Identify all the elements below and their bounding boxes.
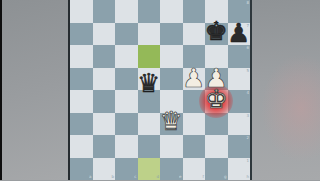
coord-file-h: h — [246, 175, 249, 179]
square-a5[interactable] — [70, 68, 93, 91]
square-e2[interactable] — [160, 135, 183, 158]
square-a2[interactable] — [70, 135, 93, 158]
square-b6[interactable] — [93, 45, 116, 68]
square-c7[interactable] — [115, 23, 138, 46]
black-king-g7[interactable]: ♚ — [205, 20, 228, 43]
square-c5[interactable] — [115, 68, 138, 91]
letterbox-right-bar — [250, 0, 320, 180]
square-c4[interactable] — [115, 90, 138, 113]
square-b2[interactable] — [93, 135, 116, 158]
square-b4[interactable] — [93, 90, 116, 113]
square-h3[interactable]: 3 — [228, 113, 251, 136]
square-b5[interactable] — [93, 68, 116, 91]
square-h1[interactable]: 1h — [228, 158, 251, 181]
square-f7[interactable] — [183, 23, 206, 46]
square-h4[interactable]: 4 — [228, 90, 251, 113]
square-a7[interactable] — [70, 23, 93, 46]
square-c8[interactable] — [115, 0, 138, 23]
white-king-g4[interactable]: ♚ — [205, 88, 228, 111]
square-g1[interactable]: g — [205, 158, 228, 181]
square-a8[interactable] — [70, 0, 93, 23]
letterbox-left-bar — [0, 0, 70, 180]
black-pawn-h7[interactable]: ♟ — [227, 22, 250, 45]
square-f1[interactable]: f — [183, 158, 206, 181]
square-c3[interactable] — [115, 113, 138, 136]
coord-file-c: c — [134, 175, 136, 179]
coord-rank-3: 3 — [246, 114, 249, 118]
coord-file-f: f — [203, 175, 204, 179]
square-g2[interactable] — [205, 135, 228, 158]
square-d6[interactable] — [138, 45, 161, 68]
square-a1[interactable]: a — [70, 158, 93, 181]
coord-rank-8: 8 — [246, 1, 249, 5]
square-d1[interactable]: d — [138, 158, 161, 181]
coord-file-d: d — [156, 175, 159, 179]
square-b8[interactable] — [93, 0, 116, 23]
square-d7[interactable] — [138, 23, 161, 46]
square-e5[interactable] — [160, 68, 183, 91]
square-a6[interactable] — [70, 45, 93, 68]
square-e8[interactable] — [160, 0, 183, 23]
square-d2[interactable] — [138, 135, 161, 158]
square-h2[interactable]: 2 — [228, 135, 251, 158]
square-e7[interactable] — [160, 23, 183, 46]
square-a4[interactable] — [70, 90, 93, 113]
square-f8[interactable] — [183, 0, 206, 23]
square-h5[interactable]: 5 — [228, 68, 251, 91]
square-c2[interactable] — [115, 135, 138, 158]
square-d3[interactable] — [138, 113, 161, 136]
coord-rank-1: 1 — [246, 159, 249, 163]
coord-rank-2: 2 — [246, 136, 249, 140]
coord-file-b: b — [111, 175, 114, 179]
square-f4[interactable] — [183, 90, 206, 113]
square-h6[interactable]: 6 — [228, 45, 251, 68]
square-e6[interactable] — [160, 45, 183, 68]
white-queen-e3[interactable]: ♛ — [160, 110, 183, 133]
coord-file-e: e — [179, 175, 181, 179]
square-a3[interactable] — [70, 113, 93, 136]
coord-file-g: g — [224, 175, 227, 179]
square-g3[interactable] — [205, 113, 228, 136]
black-queen-d5[interactable]: ♛ — [137, 72, 160, 95]
square-b1[interactable]: b — [93, 158, 116, 181]
square-c6[interactable] — [115, 45, 138, 68]
square-d8[interactable] — [138, 0, 161, 23]
square-f2[interactable] — [183, 135, 206, 158]
square-b7[interactable] — [93, 23, 116, 46]
square-f3[interactable] — [183, 113, 206, 136]
coord-rank-5: 5 — [246, 69, 249, 73]
coord-file-a: a — [89, 175, 91, 179]
square-c1[interactable]: c — [115, 158, 138, 181]
coord-rank-4: 4 — [246, 91, 249, 95]
white-pawn-f5[interactable]: ♟ — [182, 67, 205, 90]
square-e1[interactable]: e — [160, 158, 183, 181]
square-b3[interactable] — [93, 113, 116, 136]
